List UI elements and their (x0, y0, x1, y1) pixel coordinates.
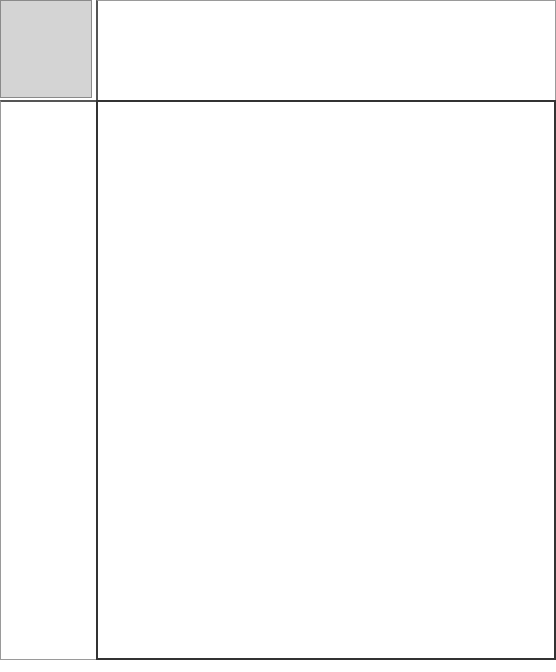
watermark-row (0, 660, 556, 672)
corner-box (0, 0, 92, 98)
column-clues-area (96, 0, 556, 100)
puzzle-grid[interactable] (96, 100, 556, 660)
row-clues-area (0, 100, 96, 660)
corner-area (0, 0, 96, 100)
nonogram-page (0, 0, 556, 672)
